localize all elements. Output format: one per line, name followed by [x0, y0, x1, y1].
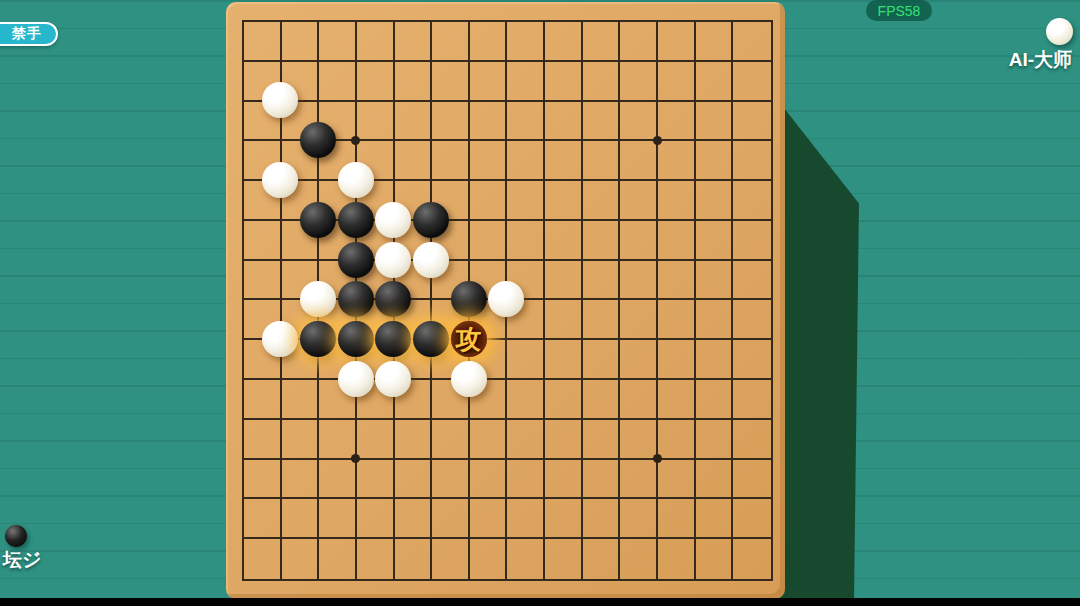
- black-stone: [300, 122, 336, 158]
- black-stone: [338, 242, 374, 278]
- black-stone: [375, 321, 411, 357]
- black-player-stone-icon: [5, 525, 27, 547]
- white-stone: [338, 361, 374, 397]
- white-stone: [262, 321, 298, 357]
- stones-layer: 攻: [224, 1, 789, 598]
- black-stone: [413, 321, 449, 357]
- white-stone: [262, 162, 298, 198]
- white-stone: [488, 281, 524, 317]
- black-stone: [338, 321, 374, 357]
- white-stone: [375, 202, 411, 238]
- bottom-letterbox-bar: [0, 598, 1080, 606]
- white-stone: [451, 361, 487, 397]
- white-stone: [338, 162, 374, 198]
- white-player-name: AI-大师: [1009, 47, 1072, 73]
- black-stone: [338, 202, 374, 238]
- white-stone: [300, 281, 336, 317]
- white-player-stone-icon: [1046, 18, 1073, 45]
- forbidden-move-badge: 禁手: [0, 22, 58, 46]
- black-stone: [300, 321, 336, 357]
- white-stone: [375, 242, 411, 278]
- white-stone: [375, 361, 411, 397]
- attack-marked-stone: 攻: [451, 321, 487, 357]
- white-stone: [413, 242, 449, 278]
- black-player-name: 坛ジ: [3, 547, 41, 573]
- black-stone: [451, 281, 487, 317]
- black-stone: [300, 202, 336, 238]
- black-stone: [413, 202, 449, 238]
- black-stone: [375, 281, 411, 317]
- fps-badge: FPS58: [866, 0, 932, 21]
- game-screen: { "game": "gomoku (five-in-a-row / renju…: [0, 0, 1080, 606]
- black-stone: [338, 281, 374, 317]
- gomoku-board[interactable]: 攻: [226, 2, 785, 599]
- white-stone: [262, 82, 298, 118]
